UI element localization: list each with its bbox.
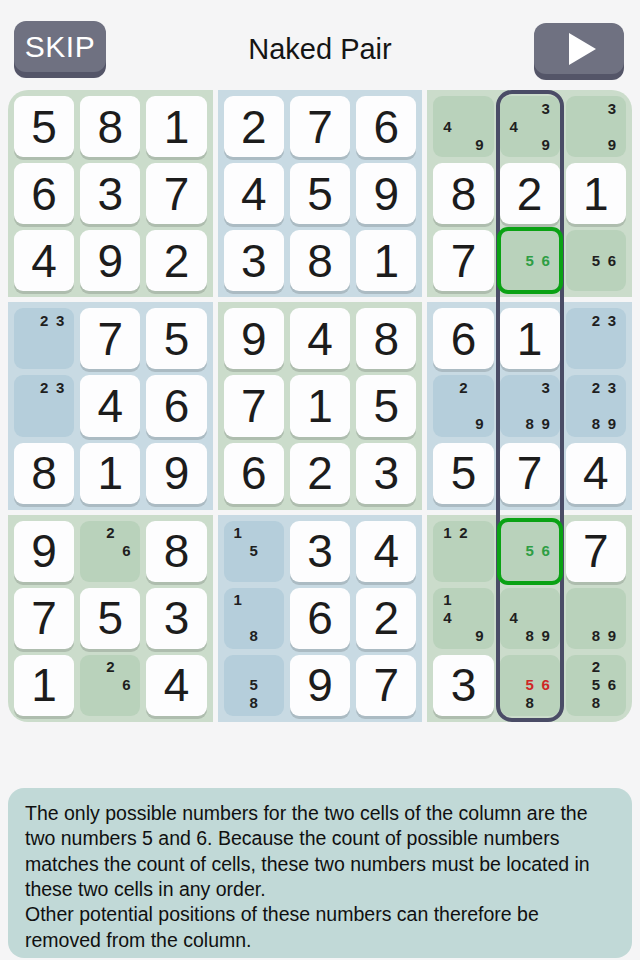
cell-r4c8[interactable]: 1 — [500, 308, 560, 369]
pencil-mark-8: 8 — [522, 415, 538, 433]
cell-r8c1[interactable]: 7 — [14, 588, 74, 649]
cell-value: 3 — [98, 167, 124, 221]
cell-r2c3[interactable]: 7 — [146, 163, 206, 224]
pencil-mark-1: 1 — [439, 524, 455, 542]
box-7: 92687531264 — [8, 515, 213, 722]
cell-r3c9[interactable]: 56 — [566, 230, 626, 291]
cell-value: 7 — [307, 100, 333, 154]
cell-r5c9[interactable]: 2389 — [566, 375, 626, 436]
pencil-mark-6: 6 — [604, 676, 620, 694]
cell-value: 7 — [517, 446, 543, 500]
cell-value: 1 — [517, 312, 543, 366]
cell-r6c9[interactable]: 4 — [566, 443, 626, 504]
cell-value: 6 — [373, 100, 399, 154]
pencil-mark-9: 9 — [538, 627, 554, 645]
pencil-mark-2: 2 — [455, 524, 471, 542]
pencil-mark-3: 3 — [538, 99, 554, 117]
cell-r7c2[interactable]: 26 — [80, 521, 140, 582]
cell-value: 5 — [307, 167, 333, 221]
pencil-mark-5: 5 — [522, 251, 538, 269]
cell-r4c6[interactable]: 8 — [356, 308, 416, 369]
cell-r7c7[interactable]: 12 — [433, 521, 493, 582]
pencil-mark-2: 2 — [36, 311, 52, 329]
cell-r2c8[interactable]: 2 — [500, 163, 560, 224]
box-3: 493493982175656 — [427, 90, 632, 297]
box-4: 23752346819 — [8, 302, 213, 509]
cell-r6c5[interactable]: 2 — [290, 443, 350, 504]
cell-value: 4 — [98, 379, 124, 433]
cell-r1c7[interactable]: 49 — [433, 96, 493, 157]
pencil-mark-4: 4 — [439, 609, 455, 627]
cell-r5c4[interactable]: 7 — [224, 375, 284, 436]
pencil-mark-9: 9 — [471, 135, 487, 153]
pencil-mark-6: 6 — [538, 251, 554, 269]
pencil-mark-6: 6 — [604, 251, 620, 269]
cell-r3c3[interactable]: 2 — [146, 230, 206, 291]
cell-value: 4 — [307, 312, 333, 366]
cell-value: 6 — [451, 312, 477, 366]
cell-r8c9[interactable]: 89 — [566, 588, 626, 649]
cell-r8c2[interactable]: 5 — [80, 588, 140, 649]
cell-r4c2[interactable]: 7 — [80, 308, 140, 369]
pencil-mark-4: 4 — [506, 609, 522, 627]
pencil-mark-8: 8 — [588, 415, 604, 433]
cell-r5c6[interactable]: 5 — [356, 375, 416, 436]
cell-r1c8[interactable]: 349 — [500, 96, 560, 157]
cell-value: 9 — [31, 524, 57, 578]
cell-value: 5 — [164, 312, 190, 366]
cell-value: 4 — [241, 167, 267, 221]
cell-value: 1 — [583, 167, 609, 221]
cell-r6c1[interactable]: 8 — [14, 443, 74, 504]
pencil-mark-9: 9 — [604, 627, 620, 645]
cell-r9c2[interactable]: 26 — [80, 655, 140, 716]
cell-r1c4[interactable]: 2 — [224, 96, 284, 157]
cell-value: 2 — [307, 446, 333, 500]
cell-r2c4[interactable]: 4 — [224, 163, 284, 224]
cell-r2c5[interactable]: 5 — [290, 163, 350, 224]
cell-value: 8 — [307, 234, 333, 288]
pencil-mark-3: 3 — [604, 378, 620, 396]
cell-r1c9[interactable]: 39 — [566, 96, 626, 157]
cell-value: 2 — [241, 100, 267, 154]
cell-value: 7 — [164, 167, 190, 221]
cell-r6c2[interactable]: 1 — [80, 443, 140, 504]
cell-r8c5[interactable]: 6 — [290, 588, 350, 649]
cell-value: 9 — [164, 446, 190, 500]
cell-value: 3 — [307, 524, 333, 578]
cell-value: 7 — [373, 658, 399, 712]
pencil-mark-6: 6 — [118, 542, 134, 560]
cell-value: 3 — [164, 591, 190, 645]
pencil-mark-2: 2 — [102, 658, 118, 676]
cell-value: 7 — [583, 524, 609, 578]
cell-r8c6[interactable]: 2 — [356, 588, 416, 649]
pencil-mark-6: 6 — [118, 676, 134, 694]
cell-r6c8[interactable]: 7 — [500, 443, 560, 504]
cell-r6c4[interactable]: 6 — [224, 443, 284, 504]
cell-r7c1[interactable]: 9 — [14, 521, 74, 582]
box-1: 581637492 — [8, 90, 213, 297]
cell-r6c3[interactable]: 9 — [146, 443, 206, 504]
cell-value: 2 — [164, 234, 190, 288]
pencil-mark-3: 3 — [52, 378, 68, 396]
cell-r5c5[interactable]: 1 — [290, 375, 350, 436]
cell-value: 8 — [98, 100, 124, 154]
pencil-mark-4: 4 — [439, 117, 455, 135]
cell-value: 5 — [31, 100, 57, 154]
pencil-mark-5: 5 — [246, 676, 262, 694]
pencil-mark-5: 5 — [588, 251, 604, 269]
cell-r5c1[interactable]: 23 — [14, 375, 74, 436]
cell-value: 1 — [373, 234, 399, 288]
cell-value: 1 — [307, 379, 333, 433]
pencil-mark-5: 5 — [246, 542, 262, 560]
box-9: 125671494898935682568 — [427, 515, 632, 722]
cell-value: 9 — [98, 234, 124, 288]
cell-r1c1[interactable]: 5 — [14, 96, 74, 157]
pencil-mark-2: 2 — [588, 311, 604, 329]
cell-r9c4[interactable]: 58 — [224, 655, 284, 716]
pencil-mark-9: 9 — [538, 135, 554, 153]
cell-r3c4[interactable]: 3 — [224, 230, 284, 291]
pencil-mark-6: 6 — [538, 676, 554, 694]
cell-r2c1[interactable]: 6 — [14, 163, 74, 224]
box-6: 6123293892389574 — [427, 302, 632, 509]
cell-r2c2[interactable]: 3 — [80, 163, 140, 224]
cell-r7c9[interactable]: 7 — [566, 521, 626, 582]
cell-r2c6[interactable]: 9 — [356, 163, 416, 224]
pencil-mark-1: 1 — [439, 591, 455, 609]
cell-r3c6[interactable]: 1 — [356, 230, 416, 291]
pencil-mark-8: 8 — [246, 694, 262, 712]
box-2: 276459381 — [218, 90, 423, 297]
pencil-mark-8: 8 — [588, 627, 604, 645]
cell-r6c6[interactable]: 3 — [356, 443, 416, 504]
pencil-mark-1: 1 — [230, 591, 246, 609]
cell-value: 6 — [307, 591, 333, 645]
pencil-mark-9: 9 — [471, 415, 487, 433]
pencil-mark-2: 2 — [102, 524, 118, 542]
pencil-mark-8: 8 — [522, 627, 538, 645]
cell-r1c5[interactable]: 7 — [290, 96, 350, 157]
pencil-mark-2: 2 — [588, 658, 604, 676]
pencil-mark-6: 6 — [538, 542, 554, 560]
cell-value: 5 — [98, 591, 124, 645]
cell-value: 7 — [98, 312, 124, 366]
cell-r8c7[interactable]: 149 — [433, 588, 493, 649]
cell-r5c3[interactable]: 6 — [146, 375, 206, 436]
explanation-panel: The only possible numbers for the two ce… — [8, 788, 632, 958]
cell-value: 9 — [241, 312, 267, 366]
play-icon — [569, 33, 596, 65]
cell-r3c8[interactable]: 56 — [500, 230, 560, 291]
cell-r2c7[interactable]: 8 — [433, 163, 493, 224]
cell-r2c9[interactable]: 1 — [566, 163, 626, 224]
pencil-mark-2: 2 — [36, 378, 52, 396]
explanation-text: The only possible numbers for the two ce… — [25, 801, 615, 902]
cell-value: 2 — [373, 591, 399, 645]
cell-r7c4[interactable]: 15 — [224, 521, 284, 582]
cell-value: 6 — [31, 167, 57, 221]
cell-r8c4[interactable]: 18 — [224, 588, 284, 649]
cell-r4c9[interactable]: 23 — [566, 308, 626, 369]
cell-r1c3[interactable]: 1 — [146, 96, 206, 157]
cell-value: 6 — [164, 379, 190, 433]
pencil-mark-2: 2 — [588, 378, 604, 396]
cell-value: 4 — [373, 524, 399, 578]
pencil-mark-9: 9 — [471, 627, 487, 645]
pencil-mark-8: 8 — [522, 694, 538, 712]
cell-r1c2[interactable]: 8 — [80, 96, 140, 157]
cell-value: 1 — [31, 658, 57, 712]
pencil-mark-3: 3 — [52, 311, 68, 329]
cell-value: 9 — [373, 167, 399, 221]
cell-value: 3 — [241, 234, 267, 288]
cell-r1c6[interactable]: 6 — [356, 96, 416, 157]
cell-value: 4 — [164, 658, 190, 712]
play-button[interactable] — [534, 23, 624, 74]
cell-r4c7[interactable]: 6 — [433, 308, 493, 369]
box-5: 948715623 — [218, 302, 423, 509]
cell-r7c6[interactable]: 4 — [356, 521, 416, 582]
pencil-mark-4: 4 — [506, 117, 522, 135]
cell-r9c1[interactable]: 1 — [14, 655, 74, 716]
cell-value: 5 — [373, 379, 399, 433]
cell-value: 1 — [98, 446, 124, 500]
cell-value: 6 — [241, 446, 267, 500]
pencil-mark-5: 5 — [522, 676, 538, 694]
cell-r3c2[interactable]: 9 — [80, 230, 140, 291]
pencil-mark-5: 5 — [522, 542, 538, 560]
pencil-mark-8: 8 — [588, 694, 604, 712]
pencil-mark-9: 9 — [538, 415, 554, 433]
cell-value: 8 — [451, 167, 477, 221]
cell-r9c9[interactable]: 2568 — [566, 655, 626, 716]
cell-value: 2 — [517, 167, 543, 221]
pencil-mark-3: 3 — [604, 311, 620, 329]
cell-r3c1[interactable]: 4 — [14, 230, 74, 291]
cell-r4c5[interactable]: 4 — [290, 308, 350, 369]
cell-r9c3[interactable]: 4 — [146, 655, 206, 716]
sudoku-board: 5816374922764593814934939821756562375234… — [8, 90, 632, 722]
cell-r4c3[interactable]: 5 — [146, 308, 206, 369]
pencil-mark-2: 2 — [455, 378, 471, 396]
cell-r4c4[interactable]: 9 — [224, 308, 284, 369]
cell-value: 8 — [373, 312, 399, 366]
cell-r9c6[interactable]: 7 — [356, 655, 416, 716]
cell-r5c2[interactable]: 4 — [80, 375, 140, 436]
cell-r7c3[interactable]: 8 — [146, 521, 206, 582]
pencil-mark-1: 1 — [230, 524, 246, 542]
cell-value: 7 — [31, 591, 57, 645]
cell-r3c5[interactable]: 8 — [290, 230, 350, 291]
cell-r8c3[interactable]: 3 — [146, 588, 206, 649]
cell-r6c7[interactable]: 5 — [433, 443, 493, 504]
cell-r4c1[interactable]: 23 — [14, 308, 74, 369]
cell-r7c5[interactable]: 3 — [290, 521, 350, 582]
explanation-text: Other potential positions of these numbe… — [25, 902, 615, 953]
cell-r5c8[interactable]: 389 — [500, 375, 560, 436]
cell-r7c8[interactable]: 56 — [500, 521, 560, 582]
cell-value: 7 — [451, 234, 477, 288]
cell-r5c7[interactable]: 29 — [433, 375, 493, 436]
pencil-mark-9: 9 — [604, 135, 620, 153]
cell-value: 4 — [583, 446, 609, 500]
cell-r9c8[interactable]: 568 — [500, 655, 560, 716]
cell-value: 9 — [307, 658, 333, 712]
cell-r9c5[interactable]: 9 — [290, 655, 350, 716]
cell-value: 5 — [451, 446, 477, 500]
cell-value: 3 — [451, 658, 477, 712]
pencil-mark-5: 5 — [588, 676, 604, 694]
cell-r9c7[interactable]: 3 — [433, 655, 493, 716]
cell-value: 1 — [164, 100, 190, 154]
pencil-mark-9: 9 — [604, 415, 620, 433]
cell-value: 4 — [31, 234, 57, 288]
cell-r8c8[interactable]: 489 — [500, 588, 560, 649]
cell-value: 7 — [241, 379, 267, 433]
pencil-mark-8: 8 — [246, 627, 262, 645]
pencil-mark-3: 3 — [538, 378, 554, 396]
box-8: 153418625897 — [218, 515, 423, 722]
cell-value: 3 — [373, 446, 399, 500]
cell-value: 8 — [31, 446, 57, 500]
pencil-mark-3: 3 — [604, 99, 620, 117]
cell-value: 8 — [164, 524, 190, 578]
cell-r3c7[interactable]: 7 — [433, 230, 493, 291]
